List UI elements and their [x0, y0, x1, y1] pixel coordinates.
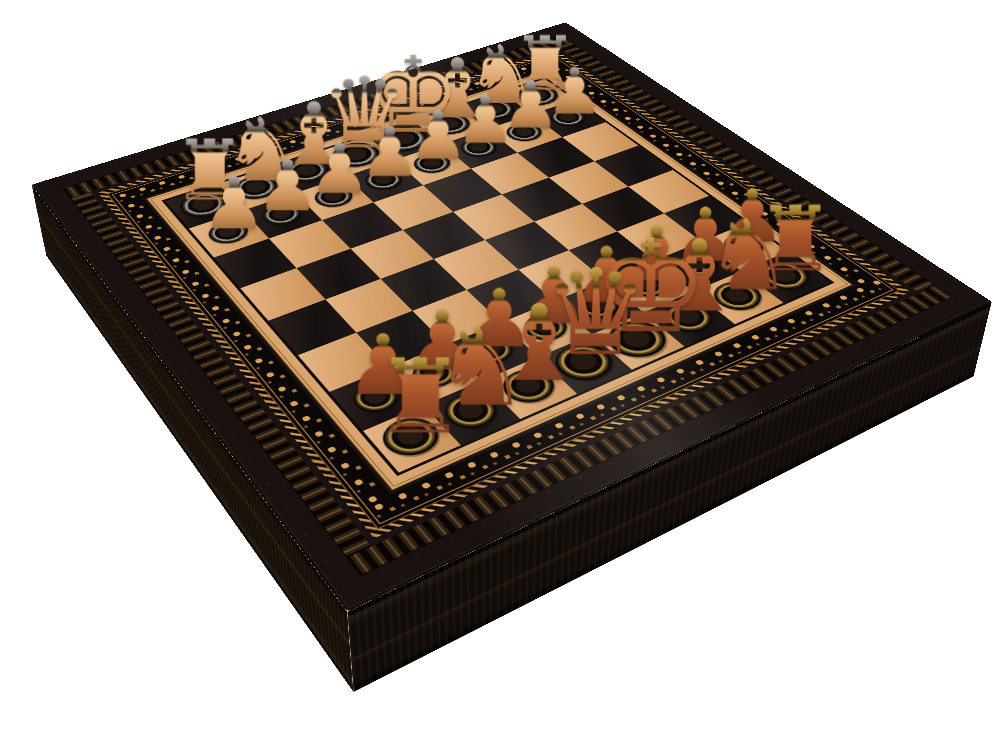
scene: ♜♞♝♛♚♝♞♜♟♟♟♟♟♟♟♟♟♟♟♟♟♟♟♟♜♞♝♛♚♝♞♜ — [0, 0, 1000, 748]
chess-board: ♜♞♝♛♚♝♞♜♟♟♟♟♟♟♟♟♟♟♟♟♟♟♟♟♜♞♝♛♚♝♞♜ — [32, 22, 992, 611]
piece-black-rook-a8[interactable]: ♜ — [240, 344, 599, 447]
board-top-face: ♜♞♝♛♚♝♞♜♟♟♟♟♟♟♟♟♟♟♟♟♟♟♟♟♜♞♝♛♚♝♞♜ — [32, 22, 992, 611]
pieces-layer: ♜♞♝♛♚♝♞♜♟♟♟♟♟♟♟♟♟♟♟♟♟♟♟♟♜♞♝♛♚♝♞♜ — [32, 22, 992, 611]
